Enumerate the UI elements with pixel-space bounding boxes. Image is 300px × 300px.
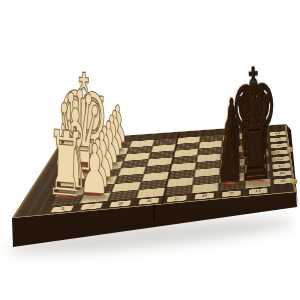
piece-white-rook[interactable]: ♜ <box>31 141 99 200</box>
piece-glyph: ♟ <box>215 135 244 187</box>
pieces-layer: ♜♞♝♛♚♝♞♜♟♟♟♟♟♟♟♟♟♟♟♟♟♟♟♟♜♞♝♛♚♝♞♜ <box>0 0 300 300</box>
piece-glyph: ♜ <box>45 128 86 201</box>
scene: HGFEDCBA12345678 ♜♞♝♛♚♝♞♜♟♟♟♟♟♟♟♟♟♟♟♟♟♟♟… <box>0 0 300 300</box>
piece-black-pawn[interactable]: ♟ <box>206 143 255 185</box>
